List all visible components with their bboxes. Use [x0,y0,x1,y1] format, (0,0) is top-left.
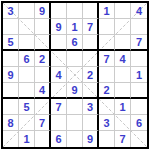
cell-r9c6[interactable]: 9 [83,131,99,147]
cell-r2c4[interactable]: 9 [51,19,67,35]
cell-r9c1[interactable] [3,131,19,147]
cell-r1c6[interactable] [83,3,99,19]
cell-r4c7[interactable]: 7 [99,51,115,67]
cell-r2c3[interactable] [35,19,51,35]
cell-r1c5[interactable] [67,3,83,19]
cell-r3c4[interactable] [51,35,67,51]
cell-r4c9[interactable] [131,51,147,67]
cell-r5c8[interactable] [115,67,131,83]
cell-r8c5[interactable] [67,115,83,131]
cell-r5c3[interactable] [35,67,51,83]
cell-r2c5[interactable]: 1 [67,19,83,35]
cell-r4c3[interactable]: 2 [35,51,51,67]
cell-r9c5[interactable] [67,131,83,147]
cell-r3c1[interactable]: 5 [3,35,19,51]
cell-r1c7[interactable]: 1 [99,3,115,19]
sudoku-board: 391491756762749421492573187361697 [1,1,149,149]
cell-r8c6[interactable] [83,115,99,131]
cell-r3c3[interactable] [35,35,51,51]
cell-r8c8[interactable] [115,115,131,131]
cell-r2c2[interactable] [19,19,35,35]
cell-r4c1[interactable] [3,51,19,67]
cell-r3c2[interactable] [19,35,35,51]
cell-r8c7[interactable]: 3 [99,115,115,131]
cell-r1c4[interactable] [51,3,67,19]
cell-r1c2[interactable] [19,3,35,19]
cell-r5c7[interactable] [99,67,115,83]
cell-r7c9[interactable] [131,99,147,115]
cell-r6c7[interactable]: 2 [99,83,115,99]
cell-r8c9[interactable]: 6 [131,115,147,131]
cell-r7c7[interactable] [99,99,115,115]
cell-r9c4[interactable]: 6 [51,131,67,147]
cell-r4c5[interactable] [67,51,83,67]
cell-r7c4[interactable]: 7 [51,99,67,115]
cell-r2c7[interactable] [99,19,115,35]
cell-r1c1[interactable]: 3 [3,3,19,19]
cell-r1c8[interactable] [115,3,131,19]
cell-r3c9[interactable]: 7 [131,35,147,51]
cell-r6c8[interactable] [115,83,131,99]
cell-r8c2[interactable] [19,115,35,131]
cell-r5c4[interactable]: 4 [51,67,67,83]
cell-r2c1[interactable] [3,19,19,35]
cell-r6c3[interactable]: 4 [35,83,51,99]
cell-r6c2[interactable] [19,83,35,99]
cell-r2c6[interactable]: 7 [83,19,99,35]
cell-r1c3[interactable]: 9 [35,3,51,19]
cell-r8c4[interactable] [51,115,67,131]
cell-r9c9[interactable] [131,131,147,147]
cell-r7c3[interactable] [35,99,51,115]
cell-r5c2[interactable] [19,67,35,83]
cell-r5c5[interactable] [67,67,83,83]
cell-r4c8[interactable]: 4 [115,51,131,67]
cell-r7c6[interactable]: 3 [83,99,99,115]
cell-r6c9[interactable] [131,83,147,99]
cell-r6c1[interactable] [3,83,19,99]
cell-r5c6[interactable]: 2 [83,67,99,83]
cell-r3c8[interactable] [115,35,131,51]
cell-r5c9[interactable]: 1 [131,67,147,83]
cell-r9c2[interactable]: 1 [19,131,35,147]
cell-r1c9[interactable]: 4 [131,3,147,19]
cell-r6c5[interactable]: 9 [67,83,83,99]
cell-r4c4[interactable] [51,51,67,67]
cell-r4c2[interactable]: 6 [19,51,35,67]
cell-r2c9[interactable] [131,19,147,35]
cell-r3c5[interactable]: 6 [67,35,83,51]
cell-r5c1[interactable]: 9 [3,67,19,83]
cell-r6c6[interactable] [83,83,99,99]
cell-r3c7[interactable] [99,35,115,51]
sudoku-grid: 391491756762749421492573187361697 [3,3,147,147]
cell-r9c3[interactable] [35,131,51,147]
cell-r7c5[interactable] [67,99,83,115]
cell-r7c1[interactable] [3,99,19,115]
cell-r8c1[interactable]: 8 [3,115,19,131]
cell-r9c7[interactable] [99,131,115,147]
cell-r8c3[interactable]: 7 [35,115,51,131]
cell-r7c8[interactable]: 1 [115,99,131,115]
cell-r4c6[interactable] [83,51,99,67]
cell-r3c6[interactable] [83,35,99,51]
cell-r9c8[interactable]: 7 [115,131,131,147]
cell-r6c4[interactable] [51,83,67,99]
cell-r2c8[interactable] [115,19,131,35]
cell-r7c2[interactable]: 5 [19,99,35,115]
